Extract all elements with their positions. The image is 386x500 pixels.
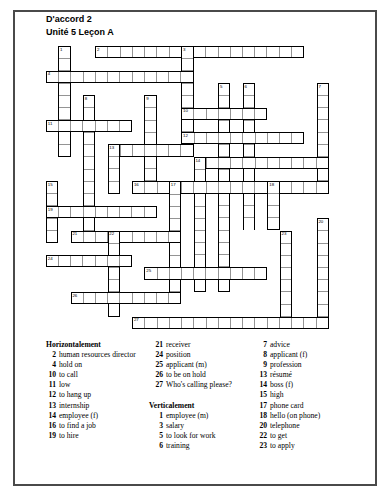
cell-number-10: 10 <box>183 109 188 113</box>
cell <box>109 182 119 193</box>
cell <box>59 59 69 71</box>
cell <box>59 132 69 144</box>
clue-item: 25applicant (m) <box>149 360 269 370</box>
word-19-across <box>46 206 157 218</box>
cell <box>195 219 205 231</box>
clue-number: 22 <box>255 431 267 441</box>
cell <box>170 280 180 292</box>
cell <box>194 47 206 57</box>
cell-number-20: 20 <box>318 220 323 224</box>
cell <box>268 158 280 168</box>
word-16-across <box>132 181 329 193</box>
clue-item: 18hello (on phone) <box>255 411 375 421</box>
cell <box>318 268 328 280</box>
word-18-down <box>267 181 279 230</box>
clue-item: 26to be on hold <box>149 370 269 380</box>
clue-text: employee (m) <box>166 411 208 421</box>
cell <box>157 72 169 82</box>
cell <box>318 231 328 243</box>
cell-number-15: 15 <box>48 183 53 187</box>
clue-number: 27 <box>149 380 163 390</box>
cell <box>96 293 108 303</box>
cell <box>145 72 157 82</box>
clue-item: 13internship <box>46 401 146 411</box>
word-10-across <box>181 108 267 120</box>
cell <box>219 158 231 168</box>
word-7-down <box>317 83 329 194</box>
cell <box>219 243 229 255</box>
clue-text: low <box>59 380 141 390</box>
cell <box>219 170 229 182</box>
cell <box>255 268 266 278</box>
clue-number: 11 <box>46 380 56 390</box>
clue-item: 9profession <box>255 360 375 370</box>
clue-number: 26 <box>149 370 163 380</box>
cell <box>219 318 231 328</box>
cell-number-5: 5 <box>220 85 222 89</box>
cell-number-27: 27 <box>134 318 139 322</box>
cell <box>145 293 157 303</box>
cell <box>318 96 328 108</box>
clue-text: to apply <box>270 441 295 451</box>
clue-number: 5 <box>149 431 163 441</box>
cell-number-4: 4 <box>48 72 50 76</box>
cell <box>195 280 205 291</box>
cell <box>231 133 243 143</box>
cell <box>195 255 205 267</box>
cell <box>157 145 169 155</box>
clue-number: 14 <box>255 380 267 390</box>
clue-item: 8applicant (f) <box>255 350 375 360</box>
clue-text: applicant (m) <box>166 360 207 370</box>
cell <box>109 304 119 315</box>
cell <box>59 84 69 96</box>
spacer <box>149 390 269 400</box>
clue-text: to hang up <box>59 390 141 400</box>
cell <box>132 207 144 217</box>
cell <box>120 256 131 266</box>
clue-text: advice <box>270 340 290 350</box>
clue-text: Who's calling please? <box>166 380 232 390</box>
cell <box>133 145 145 155</box>
cell-number-11: 11 <box>48 122 53 126</box>
clue-text: to find a job <box>59 421 141 431</box>
cell <box>84 232 96 242</box>
cell <box>207 109 219 119</box>
cell <box>317 318 328 328</box>
cell <box>268 318 280 328</box>
clue-column-middle: 21receiver24position25applicant (m)26to … <box>149 340 269 451</box>
cell <box>318 280 328 292</box>
word-20-down <box>317 218 329 329</box>
cell <box>219 133 231 143</box>
clue-item: 14employee (f) <box>46 411 146 421</box>
cell-number-3: 3 <box>183 48 185 52</box>
cell <box>84 157 94 169</box>
cell <box>157 232 169 242</box>
cell-number-2: 2 <box>97 48 99 52</box>
cell <box>219 182 231 192</box>
clue-text: high <box>270 390 284 400</box>
cell <box>318 256 328 268</box>
cell <box>84 133 94 145</box>
cell <box>231 182 243 192</box>
cell <box>84 182 94 194</box>
cell <box>219 280 229 291</box>
cell <box>120 72 132 82</box>
cell <box>84 293 96 303</box>
cell <box>194 268 206 278</box>
cell <box>170 243 180 255</box>
cell <box>59 96 69 108</box>
clue-item: 12to hang up <box>46 390 146 400</box>
cell <box>280 182 292 192</box>
word-25-across <box>144 267 267 279</box>
clue-item: 5to look for work <box>149 431 269 441</box>
cell <box>207 158 219 168</box>
word-13-down <box>108 144 120 193</box>
clue-item: 17phone card <box>255 401 375 411</box>
cell-number-9: 9 <box>146 97 148 101</box>
cell <box>108 121 120 131</box>
cell <box>292 318 304 328</box>
cell-number-6: 6 <box>245 85 247 89</box>
cell <box>59 207 71 217</box>
cell <box>182 120 192 132</box>
cell <box>318 145 328 157</box>
cell <box>243 133 255 143</box>
clue-text: internship <box>59 401 141 411</box>
cell <box>292 158 304 168</box>
clue-item: 27Who's calling please? <box>149 380 269 390</box>
cell <box>59 121 71 131</box>
cell <box>145 145 157 155</box>
cell <box>182 268 194 278</box>
cell-number-26: 26 <box>72 294 77 298</box>
cell <box>207 133 219 143</box>
cell <box>170 195 180 207</box>
cell <box>231 268 243 278</box>
cell <box>194 182 206 192</box>
clue-number: 8 <box>255 350 267 360</box>
cell <box>157 47 169 57</box>
clue-number: 10 <box>46 370 56 380</box>
cell <box>120 232 132 242</box>
cell <box>120 121 131 131</box>
clue-number: 12 <box>46 390 56 400</box>
word-27-across <box>132 317 329 329</box>
cell <box>195 194 205 206</box>
clue-item: 14boss (f) <box>255 380 375 390</box>
cell <box>109 157 119 169</box>
clue-text: profession <box>270 360 302 370</box>
cell <box>219 194 229 206</box>
clue-item: 13résumé <box>255 370 375 380</box>
clue-item: 7advice <box>255 340 375 350</box>
cell-number-7: 7 <box>318 85 320 89</box>
cell-number-12: 12 <box>183 134 188 138</box>
cell <box>84 194 94 206</box>
cell <box>281 256 291 268</box>
clue-text: telephone <box>270 421 300 431</box>
cell <box>181 145 192 155</box>
title-line-2: Unité 5 Leçon A <box>46 26 114 39</box>
cell <box>108 256 120 266</box>
cell <box>268 218 278 229</box>
cell <box>181 72 192 82</box>
cell <box>281 244 291 256</box>
cell <box>84 145 94 157</box>
cell <box>109 244 119 256</box>
cell <box>244 169 254 181</box>
cell <box>219 268 231 278</box>
worksheet-page: D'accord 2 Unité 5 Leçon A 1234567891011… <box>0 0 386 500</box>
cell <box>318 133 328 145</box>
cell <box>281 268 291 280</box>
cell <box>109 169 119 181</box>
clue-text: employee (f) <box>59 411 141 421</box>
cell <box>108 207 120 217</box>
cell <box>158 182 170 192</box>
cell <box>318 120 328 132</box>
cell-number-23: 23 <box>282 232 287 236</box>
cell <box>96 72 108 82</box>
cell <box>280 133 292 143</box>
cell <box>292 47 303 57</box>
clue-number: 9 <box>255 360 267 370</box>
cell-number-13: 13 <box>109 146 114 150</box>
cell <box>317 158 328 168</box>
cell <box>255 109 266 119</box>
clue-text: to be on hold <box>166 370 206 380</box>
cell <box>120 207 132 217</box>
cell <box>47 194 57 206</box>
word-23-down <box>280 231 292 329</box>
clue-item: 21receiver <box>149 340 269 350</box>
cell <box>145 47 157 57</box>
cell <box>280 47 292 57</box>
clue-item: 19to hire <box>46 431 146 441</box>
clue-text: phone card <box>270 401 304 411</box>
cell <box>268 194 278 206</box>
cell <box>255 182 267 192</box>
cell <box>71 207 83 217</box>
cell <box>243 47 255 57</box>
clue-text: hello (on phone) <box>270 411 320 421</box>
clue-text: hold on <box>59 360 141 370</box>
cell <box>170 207 180 219</box>
cell <box>243 158 255 168</box>
cell <box>121 47 133 57</box>
cell <box>244 145 254 157</box>
cell-number-25: 25 <box>146 269 151 273</box>
cell <box>133 232 145 242</box>
cell <box>244 121 254 133</box>
cell <box>318 305 328 317</box>
cell <box>195 170 205 182</box>
clue-number: 20 <box>255 421 267 431</box>
cell <box>304 182 316 192</box>
cell <box>84 207 96 217</box>
cell <box>169 72 181 82</box>
cell <box>292 133 303 143</box>
cell <box>281 305 291 317</box>
cell <box>268 206 278 218</box>
cell <box>255 47 267 57</box>
cell <box>169 232 180 242</box>
cell <box>281 292 291 304</box>
cell <box>292 182 304 192</box>
clue-item: 16to find a job <box>46 421 146 431</box>
cell <box>59 72 71 82</box>
clue-item: 3salary <box>149 421 269 431</box>
cell <box>158 318 170 328</box>
clue-number: 4 <box>46 360 56 370</box>
cell-number-8: 8 <box>85 97 87 101</box>
clue-text: to hire <box>59 431 141 441</box>
cell <box>145 133 155 145</box>
cell-number-21: 21 <box>72 232 77 236</box>
clue-text: to call <box>59 370 141 380</box>
cell <box>158 268 170 278</box>
cell <box>195 231 205 243</box>
clue-text: applicant (f) <box>270 350 307 360</box>
clue-text: human resources director <box>59 350 141 360</box>
clue-number: 6 <box>149 441 163 451</box>
cell <box>121 145 133 155</box>
clue-number: 19 <box>46 431 56 441</box>
cell <box>109 268 119 280</box>
cell <box>318 292 328 304</box>
cell <box>318 244 328 256</box>
cell <box>182 84 192 96</box>
cell <box>47 219 57 231</box>
cell <box>108 72 120 82</box>
word-1-down <box>58 46 70 157</box>
cell <box>170 219 180 231</box>
cell <box>219 109 231 119</box>
cell <box>244 194 254 206</box>
cell <box>47 231 57 242</box>
cell <box>244 218 254 229</box>
word-2-across <box>95 46 304 58</box>
clue-item: 6training <box>149 441 269 451</box>
cell-number-16: 16 <box>134 183 139 187</box>
clue-item: 20telephone <box>255 421 375 431</box>
cell <box>133 72 145 82</box>
cell <box>267 47 279 57</box>
cell <box>243 268 255 278</box>
clue-number: 14 <box>46 411 56 421</box>
cell <box>317 182 328 192</box>
cell <box>207 182 219 192</box>
clue-column-across: Horizontalement2human resources director… <box>46 340 146 441</box>
cell <box>195 133 207 143</box>
clue-text: salary <box>166 421 184 431</box>
clue-number: 13 <box>46 401 56 411</box>
clue-number: 18 <box>255 411 267 421</box>
cell <box>243 318 255 328</box>
cell <box>145 318 157 328</box>
word-11-across <box>46 120 132 132</box>
clue-item: 2human resources director <box>46 350 146 360</box>
cell <box>84 218 94 230</box>
cell <box>318 108 328 120</box>
cell-number-24: 24 <box>48 257 53 261</box>
cell <box>59 145 69 156</box>
cell <box>59 256 71 266</box>
cell <box>84 108 94 120</box>
cell <box>96 207 108 217</box>
clue-text: training <box>166 441 190 451</box>
cell <box>145 207 156 217</box>
cell <box>170 47 182 57</box>
clue-number: 15 <box>255 390 267 400</box>
clue-text: résumé <box>270 370 292 380</box>
cell <box>195 243 205 255</box>
cell <box>133 47 145 57</box>
page-title: D'accord 2 Unité 5 Leçon A <box>46 13 114 39</box>
cell <box>206 268 218 278</box>
clue-number: 1 <box>149 411 163 421</box>
cell-number-19: 19 <box>48 208 53 212</box>
cell <box>145 121 155 133</box>
clue-number: 25 <box>149 360 163 370</box>
cell <box>169 293 180 303</box>
clue-column-down: 7advice8applicant (f)9profession13résumé… <box>255 340 375 451</box>
cell <box>207 318 219 328</box>
cell <box>170 256 180 268</box>
cell <box>145 157 155 169</box>
cell <box>83 256 95 266</box>
cell <box>96 121 108 131</box>
cell <box>96 256 108 266</box>
word-8-down <box>83 95 95 243</box>
cell-number-17: 17 <box>171 183 176 187</box>
cell <box>304 158 316 168</box>
cell <box>145 182 157 192</box>
clue-text: boss (f) <box>270 380 293 390</box>
cell <box>304 318 316 328</box>
cell <box>194 109 206 119</box>
cell <box>71 256 83 266</box>
cell <box>71 72 83 82</box>
cell <box>219 231 229 243</box>
word-14-across <box>194 157 329 169</box>
clue-text: to look for work <box>166 431 216 441</box>
title-line-1: D'accord 2 <box>46 13 114 26</box>
clue-number: 2 <box>46 350 56 360</box>
cell <box>145 169 155 181</box>
clue-item: 22to get <box>255 431 375 441</box>
cell <box>84 72 96 82</box>
cell <box>231 158 243 168</box>
cell <box>244 206 254 218</box>
word-24-across <box>46 255 132 267</box>
word-4-across <box>46 71 194 83</box>
clue-item: 23to apply <box>255 441 375 451</box>
cell-number-18: 18 <box>269 183 274 187</box>
clue-number: 17 <box>255 401 267 411</box>
clue-number: 13 <box>255 370 267 380</box>
cell <box>256 133 268 143</box>
cell <box>219 255 229 267</box>
clue-number: 23 <box>255 441 267 451</box>
cell <box>194 318 206 328</box>
cell <box>59 108 69 120</box>
clue-text: to get <box>270 431 287 441</box>
cell <box>219 145 229 157</box>
